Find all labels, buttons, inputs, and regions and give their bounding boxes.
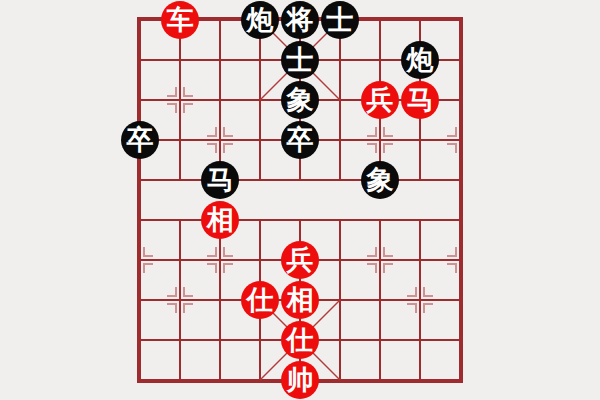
piece-red-chariot[interactable]: 车 (161, 1, 199, 39)
piece-black-soldier[interactable]: 卒 (121, 121, 159, 159)
piece-black-elephant[interactable]: 象 (281, 81, 319, 119)
piece-black-soldier[interactable]: 卒 (281, 121, 319, 159)
piece-black-advisor[interactable]: 士 (281, 41, 319, 79)
piece-red-advisor[interactable]: 仕 (281, 321, 319, 359)
piece-red-elephant[interactable]: 相 (281, 281, 319, 319)
xiangqi-board[interactable]: 车炮将士士炮象兵马卒卒马象相兵仕相仕帅 (140, 20, 460, 380)
piece-red-soldier[interactable]: 兵 (281, 241, 319, 279)
piece-red-elephant[interactable]: 相 (201, 201, 239, 239)
piece-black-cannon[interactable]: 炮 (401, 41, 439, 79)
piece-black-elephant[interactable]: 象 (361, 161, 399, 199)
piece-black-general[interactable]: 将 (281, 1, 319, 39)
piece-red-general[interactable]: 帅 (281, 361, 319, 399)
piece-red-advisor[interactable]: 仕 (241, 281, 279, 319)
piece-red-soldier[interactable]: 兵 (361, 81, 399, 119)
piece-black-cannon[interactable]: 炮 (241, 1, 279, 39)
piece-red-horse[interactable]: 马 (401, 81, 439, 119)
piece-black-horse[interactable]: 马 (201, 161, 239, 199)
piece-black-advisor[interactable]: 士 (321, 1, 359, 39)
